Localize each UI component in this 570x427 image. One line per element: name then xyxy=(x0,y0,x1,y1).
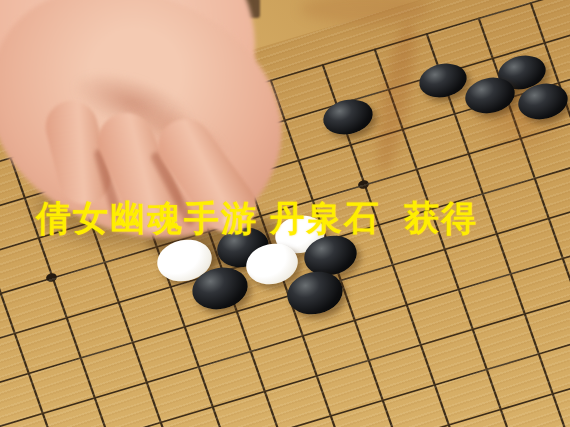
photo-scene: 倩女幽魂手游 丹泉石 获得 xyxy=(0,0,570,427)
caption-text: 倩女幽魂手游 丹泉石 获得 xyxy=(36,195,478,242)
